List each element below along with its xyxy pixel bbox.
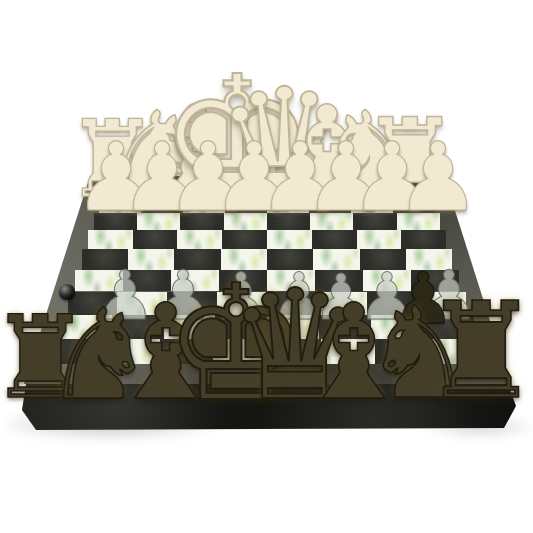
black-rook[interactable]: ♜ — [421, 285, 533, 418]
board-square-light[interactable] — [357, 230, 402, 249]
black-ball-piece[interactable] — [59, 284, 75, 300]
board-square-dark[interactable] — [401, 230, 446, 249]
white-pawn[interactable]: ♟ — [395, 130, 480, 225]
chess-set-photo: ♜♞♝♚♛♝♞♜♟♟♟♟♟♟♟♟♟♟♟♟♟♟♟♟♜♞♝♚♛♝♞♜ — [0, 0, 533, 533]
board-square-light[interactable] — [88, 230, 133, 249]
